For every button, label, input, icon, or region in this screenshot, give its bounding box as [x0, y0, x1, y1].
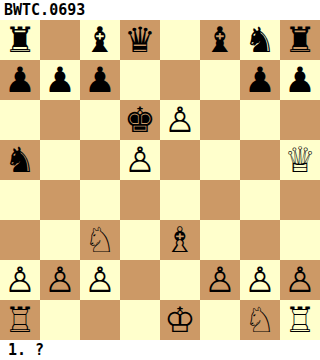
square-c5[interactable] — [80, 140, 120, 180]
square-f5[interactable] — [200, 140, 240, 180]
square-b5[interactable] — [40, 140, 80, 180]
square-h7[interactable]: ♟ — [280, 60, 320, 100]
move-prompt: 1. ? — [8, 341, 44, 359]
square-b1[interactable] — [40, 300, 80, 340]
square-f1[interactable] — [200, 300, 240, 340]
square-a4[interactable] — [0, 180, 40, 220]
piece-black-pawn: ♟ — [4, 60, 35, 100]
square-d6[interactable]: ♚ — [120, 100, 160, 140]
piece-white-knight: ♘ — [84, 220, 115, 260]
piece-black-rook: ♜ — [4, 20, 35, 60]
square-f7[interactable] — [200, 60, 240, 100]
piece-black-pawn: ♟ — [284, 60, 315, 100]
square-f6[interactable] — [200, 100, 240, 140]
square-e3[interactable]: ♗ — [160, 220, 200, 260]
square-a7[interactable]: ♟ — [0, 60, 40, 100]
piece-black-knight: ♞ — [244, 20, 275, 60]
chess-board: ♜♝♛♝♞♜♟♟♟♟♟♚♙♞♙♕♘♗♙♙♙♙♙♙♖♔♘♖ — [0, 20, 320, 340]
piece-white-pawn: ♙ — [244, 260, 275, 300]
square-b4[interactable] — [40, 180, 80, 220]
header-bar: BWTC.0693 — [0, 0, 320, 20]
square-h4[interactable] — [280, 180, 320, 220]
square-c4[interactable] — [80, 180, 120, 220]
piece-white-pawn: ♙ — [84, 260, 115, 300]
piece-black-pawn: ♟ — [244, 60, 275, 100]
square-h3[interactable] — [280, 220, 320, 260]
square-c8[interactable]: ♝ — [80, 20, 120, 60]
square-c3[interactable]: ♘ — [80, 220, 120, 260]
square-e6[interactable]: ♙ — [160, 100, 200, 140]
piece-black-pawn: ♟ — [44, 60, 75, 100]
square-g1[interactable]: ♘ — [240, 300, 280, 340]
square-g6[interactable] — [240, 100, 280, 140]
square-e1[interactable]: ♔ — [160, 300, 200, 340]
footer-bar: 1. ? — [0, 340, 320, 360]
square-e8[interactable] — [160, 20, 200, 60]
square-e4[interactable] — [160, 180, 200, 220]
square-c2[interactable]: ♙ — [80, 260, 120, 300]
piece-white-rook: ♖ — [4, 300, 35, 340]
square-e2[interactable] — [160, 260, 200, 300]
square-h1[interactable]: ♖ — [280, 300, 320, 340]
piece-black-rook: ♜ — [284, 20, 315, 60]
square-d3[interactable] — [120, 220, 160, 260]
square-c1[interactable] — [80, 300, 120, 340]
piece-white-king: ♔ — [164, 300, 195, 340]
piece-black-bishop: ♝ — [84, 20, 115, 60]
piece-white-queen: ♕ — [284, 140, 315, 180]
square-g3[interactable] — [240, 220, 280, 260]
square-a3[interactable] — [0, 220, 40, 260]
square-g5[interactable] — [240, 140, 280, 180]
piece-black-bishop: ♝ — [204, 20, 235, 60]
square-e7[interactable] — [160, 60, 200, 100]
piece-white-pawn: ♙ — [204, 260, 235, 300]
square-h8[interactable]: ♜ — [280, 20, 320, 60]
piece-white-bishop: ♗ — [164, 220, 195, 260]
square-f4[interactable] — [200, 180, 240, 220]
square-a2[interactable]: ♙ — [0, 260, 40, 300]
square-a6[interactable] — [0, 100, 40, 140]
square-h2[interactable]: ♙ — [280, 260, 320, 300]
piece-white-pawn: ♙ — [164, 100, 195, 140]
square-b6[interactable] — [40, 100, 80, 140]
piece-black-pawn: ♟ — [84, 60, 115, 100]
square-f2[interactable]: ♙ — [200, 260, 240, 300]
square-c6[interactable] — [80, 100, 120, 140]
square-f8[interactable]: ♝ — [200, 20, 240, 60]
square-g8[interactable]: ♞ — [240, 20, 280, 60]
piece-black-queen: ♛ — [124, 20, 155, 60]
square-a8[interactable]: ♜ — [0, 20, 40, 60]
piece-white-pawn: ♙ — [284, 260, 315, 300]
square-d2[interactable] — [120, 260, 160, 300]
piece-white-knight: ♘ — [244, 300, 275, 340]
square-g2[interactable]: ♙ — [240, 260, 280, 300]
chess-puzzle-window: BWTC.0693 ♜♝♛♝♞♜♟♟♟♟♟♚♙♞♙♕♘♗♙♙♙♙♙♙♖♔♘♖ 1… — [0, 0, 320, 360]
square-h6[interactable] — [280, 100, 320, 140]
piece-black-knight: ♞ — [4, 140, 35, 180]
square-d8[interactable]: ♛ — [120, 20, 160, 60]
square-a5[interactable]: ♞ — [0, 140, 40, 180]
square-g4[interactable] — [240, 180, 280, 220]
piece-white-pawn: ♙ — [44, 260, 75, 300]
square-b8[interactable] — [40, 20, 80, 60]
square-h5[interactable]: ♕ — [280, 140, 320, 180]
piece-white-pawn: ♙ — [124, 140, 155, 180]
square-b3[interactable] — [40, 220, 80, 260]
square-e5[interactable] — [160, 140, 200, 180]
square-d7[interactable] — [120, 60, 160, 100]
piece-black-king: ♚ — [124, 100, 155, 140]
square-d1[interactable] — [120, 300, 160, 340]
square-d5[interactable]: ♙ — [120, 140, 160, 180]
piece-white-rook: ♖ — [284, 300, 315, 340]
square-b7[interactable]: ♟ — [40, 60, 80, 100]
piece-white-pawn: ♙ — [4, 260, 35, 300]
square-b2[interactable]: ♙ — [40, 260, 80, 300]
square-f3[interactable] — [200, 220, 240, 260]
square-g7[interactable]: ♟ — [240, 60, 280, 100]
puzzle-id: BWTC.0693 — [4, 1, 85, 19]
square-c7[interactable]: ♟ — [80, 60, 120, 100]
square-a1[interactable]: ♖ — [0, 300, 40, 340]
square-d4[interactable] — [120, 180, 160, 220]
